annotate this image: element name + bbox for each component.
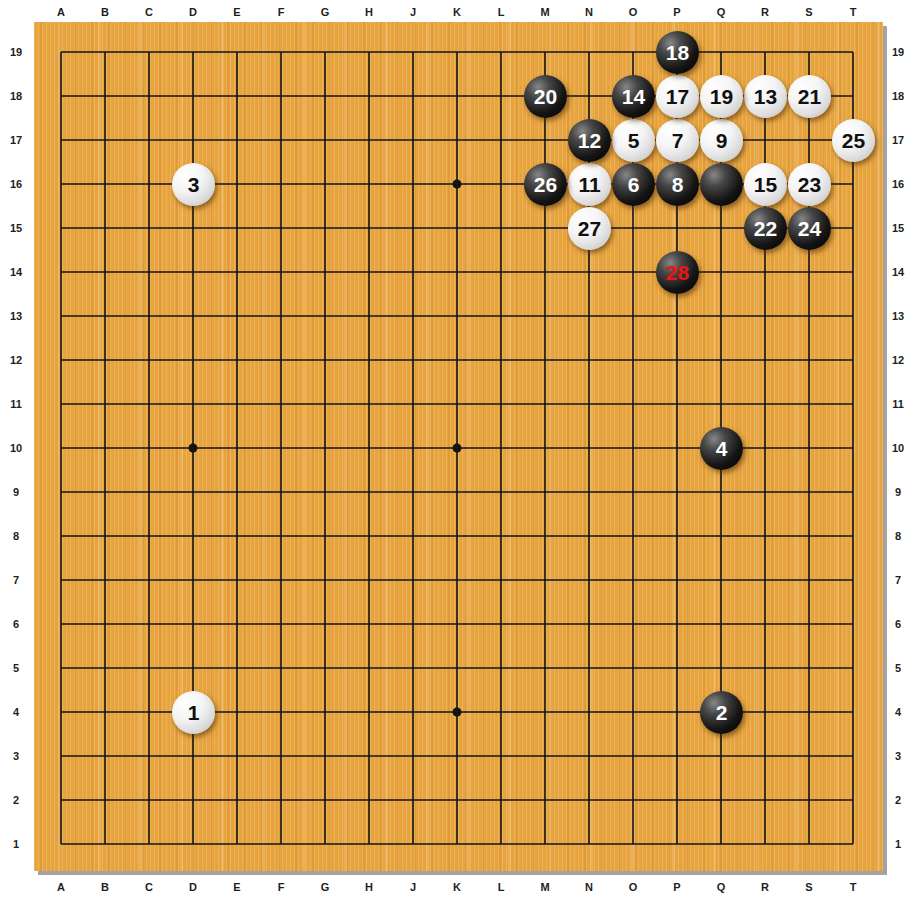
- grid-lines: [34, 22, 883, 871]
- stone-P16[interactable]: 8: [656, 163, 699, 206]
- row-label-right-14: 14: [885, 264, 911, 280]
- stone-number: 13: [754, 86, 777, 107]
- col-label-top-P: P: [666, 4, 688, 20]
- row-label-left-6: 6: [3, 616, 29, 632]
- col-label-bottom-J: J: [402, 879, 424, 895]
- row-label-right-2: 2: [885, 792, 911, 808]
- stone-O17[interactable]: 5: [612, 119, 655, 162]
- stone-D16[interactable]: 3: [172, 163, 215, 206]
- row-label-left-12: 12: [3, 352, 29, 368]
- row-label-right-15: 15: [885, 220, 911, 236]
- stone-number: 23: [798, 174, 821, 195]
- row-label-left-10: 10: [3, 440, 29, 456]
- stone-number: 27: [578, 218, 601, 239]
- stone-P14[interactable]: 28: [656, 251, 699, 294]
- stone-N17[interactable]: 12: [568, 119, 611, 162]
- row-label-left-18: 18: [3, 88, 29, 104]
- row-label-right-9: 9: [885, 484, 911, 500]
- col-label-top-F: F: [270, 4, 292, 20]
- stone-number: 17: [666, 86, 689, 107]
- col-label-bottom-A: A: [50, 879, 72, 895]
- col-label-bottom-T: T: [842, 879, 864, 895]
- col-label-bottom-D: D: [182, 879, 204, 895]
- stone-number: 25: [842, 130, 865, 151]
- stone-N15[interactable]: 27: [568, 207, 611, 250]
- col-label-bottom-H: H: [358, 879, 380, 895]
- col-label-bottom-F: F: [270, 879, 292, 895]
- stone-number: 19: [710, 86, 733, 107]
- stone-Q10[interactable]: 4: [700, 427, 743, 470]
- stone-number: 2: [716, 702, 728, 723]
- stone-number: 28: [666, 262, 689, 283]
- col-label-top-J: J: [402, 4, 424, 20]
- star-point-K16: [453, 180, 462, 189]
- stone-number: 8: [672, 174, 684, 195]
- row-label-left-11: 11: [3, 396, 29, 412]
- col-label-top-L: L: [490, 4, 512, 20]
- row-label-left-14: 14: [3, 264, 29, 280]
- stone-R18[interactable]: 13: [744, 75, 787, 118]
- stone-S15[interactable]: 24: [788, 207, 831, 250]
- stone-S16[interactable]: 23: [788, 163, 831, 206]
- stone-number: 5: [628, 130, 640, 151]
- stone-R15[interactable]: 22: [744, 207, 787, 250]
- stone-number: 14: [622, 86, 645, 107]
- stone-O18[interactable]: 14: [612, 75, 655, 118]
- col-label-top-T: T: [842, 4, 864, 20]
- col-label-top-A: A: [50, 4, 72, 20]
- stone-number: 15: [754, 174, 777, 195]
- col-label-top-C: C: [138, 4, 160, 20]
- row-label-left-2: 2: [3, 792, 29, 808]
- stone-P17[interactable]: 7: [656, 119, 699, 162]
- stone-Q17[interactable]: 9: [700, 119, 743, 162]
- stone-Q4[interactable]: 2: [700, 691, 743, 734]
- row-label-left-3: 3: [3, 748, 29, 764]
- row-label-right-17: 17: [885, 132, 911, 148]
- col-label-top-H: H: [358, 4, 380, 20]
- col-label-top-S: S: [798, 4, 820, 20]
- col-label-top-N: N: [578, 4, 600, 20]
- go-board[interactable]: 1234567891112131415171819202122232425262…: [34, 22, 883, 871]
- row-label-right-18: 18: [885, 88, 911, 104]
- stone-number: 6: [628, 174, 640, 195]
- col-label-top-Q: Q: [710, 4, 732, 20]
- col-label-bottom-K: K: [446, 879, 468, 895]
- stone-number: 21: [798, 86, 821, 107]
- col-label-bottom-O: O: [622, 879, 644, 895]
- col-label-top-K: K: [446, 4, 468, 20]
- row-label-right-3: 3: [885, 748, 911, 764]
- row-label-right-11: 11: [885, 396, 911, 412]
- stone-S18[interactable]: 21: [788, 75, 831, 118]
- col-label-top-R: R: [754, 4, 776, 20]
- stone-number: 24: [798, 218, 821, 239]
- stone-O16[interactable]: 6: [612, 163, 655, 206]
- stone-number: 12: [578, 130, 601, 151]
- stone-number: 4: [716, 438, 728, 459]
- col-label-top-E: E: [226, 4, 248, 20]
- col-label-top-M: M: [534, 4, 556, 20]
- col-label-bottom-M: M: [534, 879, 556, 895]
- col-label-bottom-G: G: [314, 879, 336, 895]
- col-label-bottom-L: L: [490, 879, 512, 895]
- stone-Q16[interactable]: [700, 163, 743, 206]
- stone-M16[interactable]: 26: [524, 163, 567, 206]
- go-kifu-page: 1234567891112131415171819202122232425262…: [0, 0, 915, 904]
- stone-number: 9: [716, 130, 728, 151]
- row-label-right-6: 6: [885, 616, 911, 632]
- col-label-bottom-N: N: [578, 879, 600, 895]
- col-label-top-D: D: [182, 4, 204, 20]
- stone-M18[interactable]: 20: [524, 75, 567, 118]
- row-label-right-13: 13: [885, 308, 911, 324]
- stone-number: 3: [188, 174, 200, 195]
- stone-number: 22: [754, 218, 777, 239]
- row-label-left-5: 5: [3, 660, 29, 676]
- row-label-left-13: 13: [3, 308, 29, 324]
- row-label-left-15: 15: [3, 220, 29, 236]
- stone-number: 26: [534, 174, 557, 195]
- row-label-right-12: 12: [885, 352, 911, 368]
- row-label-left-8: 8: [3, 528, 29, 544]
- stone-P18[interactable]: 17: [656, 75, 699, 118]
- col-label-top-O: O: [622, 4, 644, 20]
- col-label-bottom-B: B: [94, 879, 116, 895]
- row-label-left-4: 4: [3, 704, 29, 720]
- stone-number: 1: [188, 702, 200, 723]
- row-label-right-7: 7: [885, 572, 911, 588]
- stone-R16[interactable]: 15: [744, 163, 787, 206]
- row-label-right-16: 16: [885, 176, 911, 192]
- stone-D4[interactable]: 1: [172, 691, 215, 734]
- col-label-top-B: B: [94, 4, 116, 20]
- col-label-bottom-P: P: [666, 879, 688, 895]
- col-label-bottom-Q: Q: [710, 879, 732, 895]
- col-label-bottom-E: E: [226, 879, 248, 895]
- row-label-left-17: 17: [3, 132, 29, 148]
- star-point-K4: [453, 708, 462, 717]
- row-label-right-19: 19: [885, 44, 911, 60]
- col-label-bottom-R: R: [754, 879, 776, 895]
- stone-P19[interactable]: 18: [656, 31, 699, 74]
- row-label-right-5: 5: [885, 660, 911, 676]
- stone-number: 18: [666, 42, 689, 63]
- row-label-left-7: 7: [3, 572, 29, 588]
- col-label-bottom-S: S: [798, 879, 820, 895]
- stone-number: 20: [534, 86, 557, 107]
- stone-N16[interactable]: 11: [568, 163, 611, 206]
- stone-Q18[interactable]: 19: [700, 75, 743, 118]
- stone-number: 7: [672, 130, 684, 151]
- row-label-right-10: 10: [885, 440, 911, 456]
- row-label-right-4: 4: [885, 704, 911, 720]
- stone-T17[interactable]: 25: [832, 119, 875, 162]
- col-label-bottom-C: C: [138, 879, 160, 895]
- row-label-right-8: 8: [885, 528, 911, 544]
- row-label-left-1: 1: [3, 836, 29, 852]
- row-label-left-9: 9: [3, 484, 29, 500]
- col-label-top-G: G: [314, 4, 336, 20]
- row-label-left-19: 19: [3, 44, 29, 60]
- star-point-K10: [453, 444, 462, 453]
- row-label-left-16: 16: [3, 176, 29, 192]
- stone-number: 11: [578, 174, 600, 195]
- row-label-right-1: 1: [885, 836, 911, 852]
- star-point-D10: [189, 444, 198, 453]
